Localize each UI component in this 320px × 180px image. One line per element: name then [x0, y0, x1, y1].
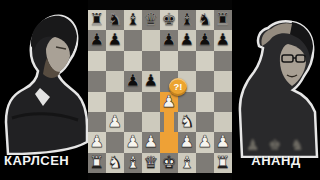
square-h5[interactable]	[214, 71, 232, 91]
square-b8[interactable]: ♞	[106, 10, 124, 30]
square-d1[interactable]: ♛	[142, 153, 160, 173]
black-pawn-d5[interactable]: ♟	[144, 71, 159, 91]
square-g6[interactable]	[196, 51, 214, 71]
black-pawn-c5[interactable]: ♟	[126, 71, 141, 91]
square-g1[interactable]	[196, 153, 214, 173]
black-bishop-c8[interactable]: ♝	[126, 10, 141, 30]
square-b1[interactable]: ♞	[106, 153, 124, 173]
black-pawn-b7[interactable]: ♟	[108, 30, 123, 50]
white-pawn-h2[interactable]: ♟	[216, 132, 231, 152]
white-rook-h1[interactable]: ♜	[216, 153, 231, 173]
square-d8[interactable]: ♛	[142, 10, 160, 30]
square-c8[interactable]: ♝	[124, 10, 142, 30]
black-pawn-g7[interactable]: ♟	[198, 30, 213, 50]
square-c5[interactable]: ♟	[124, 71, 142, 91]
board-column: ♜♞♝♛♚♝♞♜♟♟♟♟♟♟♟♟♟♟♞♟♟♟♟♟♟♜♞♝♛♚♝♜	[88, 0, 232, 180]
square-g3[interactable]	[196, 112, 214, 132]
square-a7[interactable]: ♟	[88, 30, 106, 50]
square-f2[interactable]: ♟	[178, 132, 196, 152]
white-pawn-b3[interactable]: ♟	[108, 112, 123, 132]
square-b6[interactable]	[106, 51, 124, 71]
player-panel-right: ♟ ♚ ♞ АНАНД	[232, 0, 320, 180]
square-c6[interactable]	[124, 51, 142, 71]
square-b4[interactable]	[106, 92, 124, 112]
square-d2[interactable]: ♟	[142, 132, 160, 152]
black-pawn-a7[interactable]: ♟	[90, 30, 105, 50]
square-f7[interactable]: ♟	[178, 30, 196, 50]
black-rook-h8[interactable]: ♜	[216, 10, 231, 30]
square-f3[interactable]: ♞	[178, 112, 196, 132]
square-e1[interactable]: ♚	[160, 153, 178, 173]
square-f1[interactable]: ♝	[178, 153, 196, 173]
square-a8[interactable]: ♜	[88, 10, 106, 30]
white-queen-d1[interactable]: ♛	[144, 153, 159, 173]
square-c1[interactable]: ♝	[124, 153, 142, 173]
square-e2[interactable]	[160, 132, 178, 152]
square-b5[interactable]	[106, 71, 124, 91]
square-a4[interactable]	[88, 92, 106, 112]
square-g5[interactable]	[196, 71, 214, 91]
white-bishop-c1[interactable]: ♝	[126, 153, 141, 173]
white-rook-a1[interactable]: ♜	[90, 153, 105, 173]
square-a3[interactable]	[88, 112, 106, 132]
white-pawn-c2[interactable]: ♟	[126, 132, 141, 152]
square-a1[interactable]: ♜	[88, 153, 106, 173]
player-name-right: АНАНД	[232, 153, 320, 168]
square-c3[interactable]	[124, 112, 142, 132]
square-c2[interactable]: ♟	[124, 132, 142, 152]
player-name-left: КАРЛСЕН	[0, 153, 88, 168]
foreground-chess-pieces: ♟ ♚ ♞	[232, 136, 320, 154]
square-g2[interactable]: ♟	[196, 132, 214, 152]
square-d3[interactable]	[142, 112, 160, 132]
black-knight-g8[interactable]: ♞	[198, 10, 213, 30]
square-g8[interactable]: ♞	[196, 10, 214, 30]
white-pawn-d2[interactable]: ♟	[144, 132, 159, 152]
square-c7[interactable]	[124, 30, 142, 50]
white-king-e1[interactable]: ♚	[162, 153, 177, 173]
square-g7[interactable]: ♟	[196, 30, 214, 50]
anand-photo	[232, 0, 320, 158]
square-h1[interactable]: ♜	[214, 153, 232, 173]
black-pawn-f7[interactable]: ♟	[180, 30, 195, 50]
square-b7[interactable]: ♟	[106, 30, 124, 50]
black-knight-b8[interactable]: ♞	[108, 10, 123, 30]
white-pawn-a2[interactable]: ♟	[90, 132, 105, 152]
carlsen-photo	[0, 0, 88, 155]
square-e7[interactable]: ♟	[160, 30, 178, 50]
square-h3[interactable]	[214, 112, 232, 132]
white-pawn-f2[interactable]: ♟	[180, 132, 195, 152]
square-e3[interactable]	[160, 112, 178, 132]
square-e8[interactable]: ♚	[160, 10, 178, 30]
player-panel-left: КАРЛСЕН	[0, 0, 88, 180]
square-f6[interactable]	[178, 51, 196, 71]
white-bishop-f1[interactable]: ♝	[180, 153, 195, 173]
square-g4[interactable]	[196, 92, 214, 112]
square-d4[interactable]	[142, 92, 160, 112]
white-knight-f3[interactable]: ♞	[180, 112, 195, 132]
square-b3[interactable]: ♟	[106, 112, 124, 132]
square-e6[interactable]	[160, 51, 178, 71]
black-bishop-f8[interactable]: ♝	[180, 10, 195, 30]
square-c4[interactable]	[124, 92, 142, 112]
square-h2[interactable]: ♟	[214, 132, 232, 152]
black-rook-a8[interactable]: ♜	[90, 10, 105, 30]
square-a5[interactable]	[88, 71, 106, 91]
square-d5[interactable]: ♟	[142, 71, 160, 91]
chess-board[interactable]: ♜♞♝♛♚♝♞♜♟♟♟♟♟♟♟♟♟♟♞♟♟♟♟♟♟♜♞♝♛♚♝♜	[88, 10, 232, 173]
black-queen-d8[interactable]: ♛	[144, 10, 159, 30]
white-pawn-g2[interactable]: ♟	[198, 132, 213, 152]
square-a6[interactable]	[88, 51, 106, 71]
square-f8[interactable]: ♝	[178, 10, 196, 30]
video-thumbnail: КАРЛСЕН ♟ ♚ ♞ АНАНД ♜♞♝♛♚♝♞♜♟♟♟♟♟♟♟♟♟♟♞♟…	[0, 0, 320, 180]
black-pawn-e7[interactable]: ♟	[162, 30, 177, 50]
square-d7[interactable]	[142, 30, 160, 50]
square-a2[interactable]: ♟	[88, 132, 106, 152]
square-d6[interactable]	[142, 51, 160, 71]
inaccuracy-badge-icon: ?!	[169, 78, 187, 96]
square-h6[interactable]	[214, 51, 232, 71]
black-pawn-h7[interactable]: ♟	[216, 30, 231, 50]
white-knight-b1[interactable]: ♞	[108, 153, 123, 173]
square-h7[interactable]: ♟	[214, 30, 232, 50]
square-b2[interactable]	[106, 132, 124, 152]
square-h8[interactable]: ♜	[214, 10, 232, 30]
black-king-e8[interactable]: ♚	[162, 10, 177, 30]
square-h4[interactable]	[214, 92, 232, 112]
